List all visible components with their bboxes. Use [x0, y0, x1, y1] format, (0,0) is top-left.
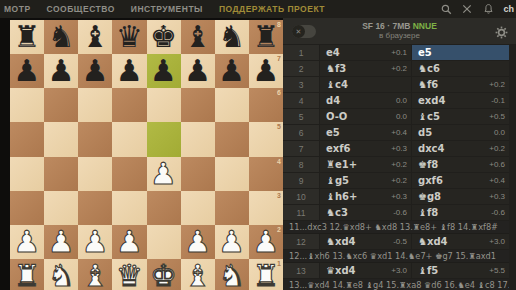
square-f5[interactable] [181, 122, 215, 156]
square-a4[interactable] [10, 157, 44, 191]
square-f4[interactable] [181, 157, 215, 191]
square-a1[interactable]: ♜ [10, 259, 44, 290]
square-h7[interactable]: ♟ [249, 54, 283, 88]
square-h5[interactable] [249, 122, 283, 156]
square-g5[interactable] [215, 122, 249, 156]
black-move-text: ♞c6 [418, 63, 440, 74]
black-knight-piece: ♞ [215, 20, 249, 54]
square-d7[interactable]: ♟ [112, 54, 146, 88]
black-pawn-piece: ♟ [10, 54, 44, 88]
engine-subtitle: в браузере [379, 31, 420, 40]
square-h4[interactable] [249, 157, 283, 191]
white-move-eval: +0.1 [391, 48, 407, 57]
white-move-eval: +0.2 [391, 176, 407, 185]
square-e6[interactable] [147, 88, 181, 122]
variation-line[interactable]: 11...dxc3 12.♛xd8+ ♞xd8 13.♜e8+ ♝f8 14.♜… [283, 221, 509, 234]
white-pawn-piece: ♟ [112, 225, 146, 259]
bell-icon[interactable] [482, 3, 494, 15]
black-move-eval: +0.6 [489, 160, 505, 169]
move-row-9: 9♝g5+0.2gxf6+0.4 [283, 173, 509, 189]
white-pawn-piece: ♟ [215, 225, 249, 259]
square-b3[interactable] [44, 191, 78, 225]
black-move-cell-13[interactable]: ♝f5+5.5 [411, 263, 509, 278]
move-row-8: 8♜e1++0.2♚f8+0.6 [283, 157, 509, 173]
white-move-eval: +0.2 [391, 160, 407, 169]
white-move-text: ♞f3 [326, 63, 346, 74]
engine-name-text: SF 16 · 7MB [362, 21, 410, 31]
move-number: 12 [283, 234, 319, 249]
square-b7[interactable]: ♟ [44, 54, 78, 88]
square-c3[interactable] [78, 191, 112, 225]
square-c1[interactable]: ♝ [78, 259, 112, 290]
search-icon[interactable] [440, 3, 452, 15]
move-number: 10 [283, 189, 319, 204]
black-move-cell-2[interactable]: ♞c6 [411, 61, 509, 76]
square-e7[interactable]: ♟ [147, 54, 181, 88]
white-move-cell-9[interactable]: ♝g5+0.2 [319, 173, 411, 188]
chess-board: ♜♞♝♛♚♝♞♜♟♟♟♟♟♟♟♟♟♟♟♟♟♟♟♟♜♞♝♛♚♝♞♜87654321 [10, 20, 283, 290]
move-number: 3 [283, 77, 319, 92]
black-move-cell-1[interactable]: e5 [411, 45, 509, 60]
move-row-4: 4d40.0exd4-0.1 [283, 93, 509, 109]
close-icon[interactable] [461, 3, 473, 15]
square-d4[interactable] [112, 157, 146, 191]
white-move-cell-11[interactable]: ♞c3-0.6 [319, 205, 411, 220]
square-e8[interactable]: ♚ [147, 20, 181, 54]
square-e2[interactable] [147, 225, 181, 259]
engine-info: SF 16 · 7MB NNUE в браузере [283, 22, 516, 41]
square-f1[interactable]: ♝ [181, 259, 215, 290]
square-h3[interactable] [249, 191, 283, 225]
white-pawn-piece: ♟ [147, 157, 181, 191]
top-menu-bar: МОТРСООБЩЕСТВОИНСТРУМЕНТЫПОДДЕРЖАТЬ ПРОЕ… [0, 0, 516, 18]
black-move-cell-4[interactable]: exd4-0.1 [411, 93, 509, 108]
white-move-cell-10[interactable]: ♝h6++0.3 [319, 189, 411, 204]
menu-item-community[interactable]: СООБЩЕСТВО [47, 4, 115, 14]
white-move-text: ♝c4 [326, 79, 348, 90]
white-move-text: ♞xd4 [326, 236, 356, 247]
menu-item-tools[interactable]: ИНСТРУМЕНТЫ [131, 4, 203, 14]
black-bishop-piece: ♝ [181, 20, 215, 54]
white-move-cell-8[interactable]: ♜e1++0.2 [319, 157, 411, 172]
black-king-piece: ♚ [147, 20, 181, 54]
white-move-cell-1[interactable]: e4+0.1 [319, 45, 411, 60]
move-number: 1 [283, 45, 319, 60]
white-move-eval: -0.6 [393, 208, 407, 217]
white-move-text: O-O [326, 111, 347, 122]
black-move-eval: +0.5 [489, 112, 505, 121]
square-e4[interactable]: ♟ [147, 157, 181, 191]
black-move-cell-9[interactable]: gxf6+0.4 [411, 173, 509, 188]
white-move-text: ♛xd4 [326, 265, 356, 276]
white-move-text: ♞c3 [326, 207, 348, 218]
black-pawn-piece: ♟ [112, 54, 146, 88]
white-move-text: ♝g5 [326, 175, 349, 186]
black-move-text: ♝f8 [418, 207, 438, 218]
black-move-text: ♚g8 [418, 191, 441, 202]
white-move-text: e4 [326, 47, 340, 58]
black-move-cell-12[interactable]: ♞xd4+3.0 [411, 234, 509, 249]
move-list-scrollbar[interactable] [509, 45, 516, 290]
nnue-badge: NNUE [413, 21, 437, 31]
white-move-eval: -0.5 [393, 237, 407, 246]
black-move-text: e5 [418, 47, 432, 58]
square-g8[interactable]: ♞ [215, 20, 249, 54]
square-c8[interactable]: ♝ [78, 20, 112, 54]
square-g2[interactable]: ♟ [215, 225, 249, 259]
white-move-eval: +0.2 [391, 64, 407, 73]
white-move-eval: +0.4 [391, 128, 407, 137]
square-g6[interactable] [215, 88, 249, 122]
black-move-eval: +0.2 [489, 144, 505, 153]
black-move-cell-7[interactable]: dxc4+0.2 [411, 141, 509, 156]
square-g4[interactable] [215, 157, 249, 191]
square-b6[interactable] [44, 88, 78, 122]
site-logo-text[interactable]: ch [503, 4, 514, 14]
black-bishop-piece: ♝ [78, 20, 112, 54]
engine-name: SF 16 · 7MB NNUE [362, 22, 437, 32]
square-c2[interactable]: ♟ [78, 225, 112, 259]
white-queen-piece: ♛ [112, 259, 146, 290]
analysis-panel: ✕ SF 16 · 7MB NNUE в браузере [283, 18, 516, 290]
move-list: 1e4+0.1e52♞f3+0.2♞c63♝c4♞f6+0.24d40.0exd… [283, 45, 509, 290]
black-move-eval: +3.0 [489, 237, 505, 246]
square-a5[interactable] [10, 122, 44, 156]
black-move-text: ♞f6 [418, 79, 438, 90]
square-b5[interactable] [44, 122, 78, 156]
square-a7[interactable]: ♟ [10, 54, 44, 88]
square-c7[interactable]: ♟ [78, 54, 112, 88]
menu-items: МОТРСООБЩЕСТВОИНСТРУМЕНТЫПОДДЕРЖАТЬ ПРОЕ… [0, 4, 325, 14]
gear-icon[interactable] [495, 25, 508, 38]
square-h1[interactable]: ♜ [249, 259, 283, 290]
black-pawn-piece: ♟ [147, 54, 181, 88]
square-b1[interactable]: ♞ [44, 259, 78, 290]
white-move-eval: 0.0 [396, 96, 407, 105]
white-knight-piece: ♞ [215, 259, 249, 290]
square-e5[interactable] [147, 122, 181, 156]
white-move-eval: +3.0 [391, 266, 407, 275]
square-a2[interactable]: ♟ [10, 225, 44, 259]
black-move-cell-10[interactable]: ♚g8+0.3 [411, 189, 509, 204]
black-knight-piece: ♞ [44, 20, 78, 54]
square-a6[interactable] [10, 88, 44, 122]
square-d2[interactable]: ♟ [112, 225, 146, 259]
move-row-3: 3♝c4♞f6+0.2 [283, 77, 509, 93]
black-move-text: gxf6 [418, 175, 443, 186]
black-pawn-piece: ♟ [44, 54, 78, 88]
square-b4[interactable] [44, 157, 78, 191]
move-row-12: 12♞xd4-0.5♞xd4+3.0 [283, 234, 509, 250]
square-g1[interactable]: ♞ [215, 259, 249, 290]
square-h2[interactable]: ♟ [249, 225, 283, 259]
white-move-cell-2[interactable]: ♞f3+0.2 [319, 61, 411, 76]
move-number: 6 [283, 125, 319, 140]
square-g7[interactable]: ♟ [215, 54, 249, 88]
move-number: 2 [283, 61, 319, 76]
white-knight-piece: ♞ [44, 259, 78, 290]
white-pawn-piece: ♟ [10, 225, 44, 259]
white-king-piece: ♚ [147, 259, 181, 290]
white-pawn-piece: ♟ [78, 225, 112, 259]
square-d8[interactable]: ♛ [112, 20, 146, 54]
square-c4[interactable] [78, 157, 112, 191]
white-move-eval: +0.3 [391, 192, 407, 201]
menu-item-support[interactable]: ПОДДЕРЖАТЬ ПРОЕКТ [219, 4, 325, 14]
white-bishop-piece: ♝ [78, 259, 112, 290]
square-d1[interactable]: ♛ [112, 259, 146, 290]
white-move-text: d4 [326, 95, 340, 106]
black-pawn-piece: ♟ [181, 54, 215, 88]
move-number: 9 [283, 173, 319, 188]
white-move-text: ♜e1+ [326, 159, 357, 170]
variation-line[interactable]: 12...♝xh6 13.♞xc6 ♛xd1 14.♞e7+ ♚g7 15.♜a… [283, 250, 509, 263]
black-move-eval: +0.4 [489, 176, 505, 185]
black-move-text: ♝f5 [418, 265, 438, 276]
black-move-eval: +5.5 [489, 266, 505, 275]
black-move-cell-5[interactable]: ♝c5+0.5 [411, 109, 509, 124]
move-row-5: 5O-O0.0♝c5+0.5 [283, 109, 509, 125]
black-move-text: ♞xd4 [418, 236, 448, 247]
black-move-cell-3[interactable]: ♞f6+0.2 [411, 77, 509, 92]
move-row-2: 2♞f3+0.2♞c6 [283, 61, 509, 77]
black-move-cell-6[interactable]: d50.0 [411, 125, 509, 140]
move-number: 13 [283, 263, 319, 278]
engine-toggle-knob: ✕ [292, 25, 305, 38]
white-move-cell-7[interactable]: exf6+0.3 [319, 141, 411, 156]
move-row-13: 13♛xd4+3.0♝f5+5.5 [283, 263, 509, 279]
black-rook-piece: ♜ [10, 20, 44, 54]
white-move-text: ♝h6+ [326, 191, 357, 202]
black-move-cell-8[interactable]: ♚f8+0.6 [411, 157, 509, 172]
menu-item-motr[interactable]: МОТР [4, 4, 31, 14]
square-c5[interactable] [78, 122, 112, 156]
move-row-11: 11♞c3-0.6♝f8-0.6 [283, 205, 509, 221]
square-h6[interactable] [249, 88, 283, 122]
white-pawn-piece: ♟ [44, 225, 78, 259]
square-d3[interactable] [112, 191, 146, 225]
white-move-cell-3[interactable]: ♝c4 [319, 77, 411, 92]
black-move-text: ♝c5 [418, 111, 440, 122]
black-rook-piece: ♜ [249, 20, 283, 54]
square-d5[interactable] [112, 122, 146, 156]
move-row-10: 10♝h6++0.3♚g8+0.3 [283, 189, 509, 205]
move-row-6: 6e5+0.4d50.0 [283, 125, 509, 141]
move-number: 11 [283, 205, 319, 220]
square-f7[interactable]: ♟ [181, 54, 215, 88]
white-move-cell-4[interactable]: d40.0 [319, 93, 411, 108]
move-number: 7 [283, 141, 319, 156]
white-pawn-piece: ♟ [181, 225, 215, 259]
black-move-text: ♚f8 [418, 159, 438, 170]
move-number: 4 [283, 93, 319, 108]
black-move-text: d5 [418, 127, 432, 138]
square-e1[interactable]: ♚ [147, 259, 181, 290]
square-a8[interactable]: ♜ [10, 20, 44, 54]
square-h8[interactable]: ♜ [249, 20, 283, 54]
black-move-text: exd4 [418, 95, 445, 106]
white-move-text: e5 [326, 127, 340, 138]
white-move-cell-13[interactable]: ♛xd4+3.0 [319, 263, 411, 278]
black-move-eval: +0.2 [489, 80, 505, 89]
square-b2[interactable]: ♟ [44, 225, 78, 259]
black-pawn-piece: ♟ [215, 54, 249, 88]
white-move-cell-6[interactable]: e5+0.4 [319, 125, 411, 140]
black-move-eval: -0.6 [491, 208, 505, 217]
square-b8[interactable]: ♞ [44, 20, 78, 54]
white-pawn-piece: ♟ [249, 225, 283, 259]
move-row-7: 7exf6+0.3dxc4+0.2 [283, 141, 509, 157]
white-rook-piece: ♜ [10, 259, 44, 290]
square-d6[interactable] [112, 88, 146, 122]
white-move-text: exf6 [326, 143, 351, 154]
black-pawn-piece: ♟ [78, 54, 112, 88]
app-window: МОТРСООБЩЕСТВОИНСТРУМЕНТЫПОДДЕРЖАТЬ ПРОЕ… [0, 0, 516, 290]
white-move-cell-12[interactable]: ♞xd4-0.5 [319, 234, 411, 249]
engine-header: ✕ SF 16 · 7MB NNUE в браузере [283, 18, 516, 45]
white-move-cell-5[interactable]: O-O0.0 [319, 109, 411, 124]
black-move-eval: -0.1 [491, 96, 505, 105]
square-f6[interactable] [181, 88, 215, 122]
square-g3[interactable] [215, 191, 249, 225]
white-bishop-piece: ♝ [181, 259, 215, 290]
square-e3[interactable] [147, 191, 181, 225]
square-a3[interactable] [10, 191, 44, 225]
menubar-right: ch [440, 0, 514, 18]
square-f8[interactable]: ♝ [181, 20, 215, 54]
black-move-cell-11[interactable]: ♝f8-0.6 [411, 205, 509, 220]
white-move-eval: +0.3 [391, 144, 407, 153]
move-row-1: 1e4+0.1e5 [283, 45, 509, 61]
engine-toggle[interactable]: ✕ [292, 25, 316, 38]
square-f3[interactable] [181, 191, 215, 225]
black-queen-piece: ♛ [112, 20, 146, 54]
square-f2[interactable]: ♟ [181, 225, 215, 259]
square-c6[interactable] [78, 88, 112, 122]
variation-line[interactable]: 13...♛xd4 14.♜e8 ♝g4 15.♜xa8 ♛d6 16.♞e4 … [283, 279, 509, 290]
black-move-eval: 0.0 [494, 128, 505, 137]
white-rook-piece: ♜ [249, 259, 283, 290]
black-move-eval: +0.3 [489, 192, 505, 201]
black-move-text: dxc4 [418, 143, 445, 154]
move-number: 8 [283, 157, 319, 172]
move-number: 5 [283, 109, 319, 124]
black-pawn-piece: ♟ [249, 54, 283, 88]
white-move-eval: 0.0 [396, 112, 407, 121]
